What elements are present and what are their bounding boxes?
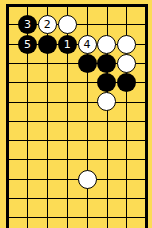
- black-stone: 3: [18, 15, 37, 34]
- move-number: 5: [24, 39, 31, 50]
- move-number: 3: [24, 19, 31, 30]
- black-stone: [97, 73, 116, 92]
- black-stone: [117, 73, 136, 92]
- white-stone: [58, 15, 77, 34]
- black-stone: [38, 35, 57, 54]
- white-stone: 4: [78, 35, 97, 54]
- go-board: 32514: [0, 0, 152, 228]
- black-stone: 1: [58, 35, 77, 54]
- move-number: 4: [84, 39, 91, 50]
- stones-grid: 32514: [0, 0, 152, 227]
- move-number: 1: [64, 39, 71, 50]
- white-stone: [117, 35, 136, 54]
- white-stone: [117, 54, 136, 73]
- black-stone: [97, 54, 116, 73]
- white-stone: [78, 170, 97, 189]
- black-stone: 5: [18, 35, 37, 54]
- white-stone: [97, 35, 116, 54]
- white-stone: 2: [38, 15, 57, 34]
- white-stone: [97, 92, 116, 111]
- black-stone: [78, 54, 97, 73]
- move-number: 2: [44, 19, 51, 30]
